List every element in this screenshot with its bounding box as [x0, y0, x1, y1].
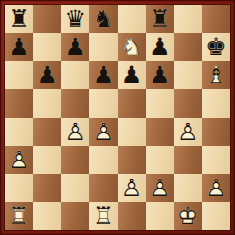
piece-outline: ♙ — [5, 146, 33, 174]
piece-outline: ♜ — [5, 5, 33, 33]
square-g2[interactable] — [174, 174, 202, 202]
square-e5[interactable] — [118, 89, 146, 117]
piece-outline: ♟ — [89, 61, 117, 89]
piece-outline: ♟ — [118, 61, 146, 89]
square-e6[interactable]: ♟♟ — [118, 61, 146, 89]
piece-black-pawn[interactable]: ♟♟ — [33, 61, 61, 89]
square-a3[interactable]: ♟♙ — [5, 146, 33, 174]
piece-black-queen[interactable]: ♛♛ — [61, 5, 89, 33]
square-g5[interactable] — [174, 89, 202, 117]
piece-black-rook[interactable]: ♜♜ — [146, 5, 174, 33]
square-f7[interactable]: ♟♟ — [146, 33, 174, 61]
square-e8[interactable] — [118, 5, 146, 33]
square-d4[interactable]: ♟♙ — [89, 118, 117, 146]
piece-outline: ♖ — [5, 202, 33, 230]
piece-black-king[interactable]: ♚♚ — [202, 33, 230, 61]
square-h6[interactable]: ♝♗ — [202, 61, 230, 89]
square-a6[interactable] — [5, 61, 33, 89]
square-b4[interactable] — [33, 118, 61, 146]
square-g6[interactable] — [174, 61, 202, 89]
piece-white-rook[interactable]: ♜♖ — [89, 202, 117, 230]
square-d6[interactable]: ♟♟ — [89, 61, 117, 89]
square-f1[interactable] — [146, 202, 174, 230]
piece-white-pawn[interactable]: ♟♙ — [174, 118, 202, 146]
piece-white-pawn[interactable]: ♟♙ — [202, 174, 230, 202]
piece-outline: ♘ — [118, 33, 146, 61]
square-c1[interactable] — [61, 202, 89, 230]
piece-outline: ♔ — [174, 202, 202, 230]
square-a5[interactable] — [5, 89, 33, 117]
piece-outline: ♟ — [33, 61, 61, 89]
piece-white-pawn[interactable]: ♟♙ — [61, 118, 89, 146]
square-e1[interactable] — [118, 202, 146, 230]
piece-outline: ♙ — [146, 174, 174, 202]
square-g3[interactable] — [174, 146, 202, 174]
square-g4[interactable]: ♟♙ — [174, 118, 202, 146]
square-d3[interactable] — [89, 146, 117, 174]
square-g1[interactable]: ♚♔ — [174, 202, 202, 230]
square-b6[interactable]: ♟♟ — [33, 61, 61, 89]
square-f4[interactable] — [146, 118, 174, 146]
piece-outline: ♙ — [202, 174, 230, 202]
chess-board-frame: ♜♜♛♛♞♞♜♜♟♟♟♟♞♘♟♟♚♚♟♟♟♟♟♟♟♟♝♗♟♙♟♙♟♙♟♙♟♙♟♙… — [0, 0, 235, 235]
piece-outline: ♖ — [89, 202, 117, 230]
square-b1[interactable] — [33, 202, 61, 230]
piece-outline: ♟ — [146, 61, 174, 89]
piece-outline: ♙ — [174, 118, 202, 146]
square-b3[interactable] — [33, 146, 61, 174]
square-d7[interactable] — [89, 33, 117, 61]
piece-white-knight[interactable]: ♞♘ — [118, 33, 146, 61]
piece-white-pawn[interactable]: ♟♙ — [146, 174, 174, 202]
piece-outline: ♟ — [61, 33, 89, 61]
square-e3[interactable] — [118, 146, 146, 174]
piece-black-knight[interactable]: ♞♞ — [89, 5, 117, 33]
square-e7[interactable]: ♞♘ — [118, 33, 146, 61]
piece-black-pawn[interactable]: ♟♟ — [89, 61, 117, 89]
piece-white-pawn[interactable]: ♟♙ — [5, 146, 33, 174]
square-h7[interactable]: ♚♚ — [202, 33, 230, 61]
piece-outline: ♜ — [146, 5, 174, 33]
square-c4[interactable]: ♟♙ — [61, 118, 89, 146]
square-g7[interactable] — [174, 33, 202, 61]
square-c5[interactable] — [61, 89, 89, 117]
square-h1[interactable] — [202, 202, 230, 230]
square-f8[interactable]: ♜♜ — [146, 5, 174, 33]
square-f6[interactable]: ♟♟ — [146, 61, 174, 89]
piece-outline: ♙ — [61, 118, 89, 146]
square-d1[interactable]: ♜♖ — [89, 202, 117, 230]
chess-board: ♜♜♛♛♞♞♜♜♟♟♟♟♞♘♟♟♚♚♟♟♟♟♟♟♟♟♝♗♟♙♟♙♟♙♟♙♟♙♟♙… — [5, 5, 230, 230]
square-b5[interactable] — [33, 89, 61, 117]
piece-black-pawn[interactable]: ♟♟ — [118, 61, 146, 89]
square-h4[interactable] — [202, 118, 230, 146]
piece-outline: ♛ — [61, 5, 89, 33]
square-a1[interactable]: ♜♖ — [5, 202, 33, 230]
square-e4[interactable] — [118, 118, 146, 146]
piece-black-pawn[interactable]: ♟♟ — [5, 33, 33, 61]
piece-black-pawn[interactable]: ♟♟ — [146, 33, 174, 61]
square-b2[interactable] — [33, 174, 61, 202]
square-a4[interactable] — [5, 118, 33, 146]
piece-black-pawn[interactable]: ♟♟ — [146, 61, 174, 89]
piece-black-pawn[interactable]: ♟♟ — [61, 33, 89, 61]
piece-white-pawn[interactable]: ♟♙ — [89, 118, 117, 146]
square-c2[interactable] — [61, 174, 89, 202]
square-h5[interactable] — [202, 89, 230, 117]
square-b7[interactable] — [33, 33, 61, 61]
square-a7[interactable]: ♟♟ — [5, 33, 33, 61]
square-a8[interactable]: ♜♜ — [5, 5, 33, 33]
square-f5[interactable] — [146, 89, 174, 117]
square-d8[interactable]: ♞♞ — [89, 5, 117, 33]
piece-outline: ♞ — [89, 5, 117, 33]
piece-outline: ♟ — [146, 33, 174, 61]
piece-outline: ♗ — [202, 61, 230, 89]
square-b8[interactable] — [33, 5, 61, 33]
square-h8[interactable] — [202, 5, 230, 33]
square-e2[interactable]: ♟♙ — [118, 174, 146, 202]
piece-outline: ♙ — [118, 174, 146, 202]
square-f2[interactable]: ♟♙ — [146, 174, 174, 202]
square-c3[interactable] — [61, 146, 89, 174]
square-h3[interactable] — [202, 146, 230, 174]
square-c8[interactable]: ♛♛ — [61, 5, 89, 33]
square-h2[interactable]: ♟♙ — [202, 174, 230, 202]
piece-white-king[interactable]: ♚♔ — [174, 202, 202, 230]
piece-white-pawn[interactable]: ♟♙ — [118, 174, 146, 202]
square-a2[interactable] — [5, 174, 33, 202]
square-g8[interactable] — [174, 5, 202, 33]
piece-outline: ♚ — [202, 33, 230, 61]
piece-outline: ♙ — [89, 118, 117, 146]
piece-white-bishop[interactable]: ♝♗ — [202, 61, 230, 89]
square-c7[interactable]: ♟♟ — [61, 33, 89, 61]
square-f3[interactable] — [146, 146, 174, 174]
square-d5[interactable] — [89, 89, 117, 117]
square-c6[interactable] — [61, 61, 89, 89]
square-d2[interactable] — [89, 174, 117, 202]
piece-white-rook[interactable]: ♜♖ — [5, 202, 33, 230]
piece-black-rook[interactable]: ♜♜ — [5, 5, 33, 33]
piece-outline: ♟ — [5, 33, 33, 61]
